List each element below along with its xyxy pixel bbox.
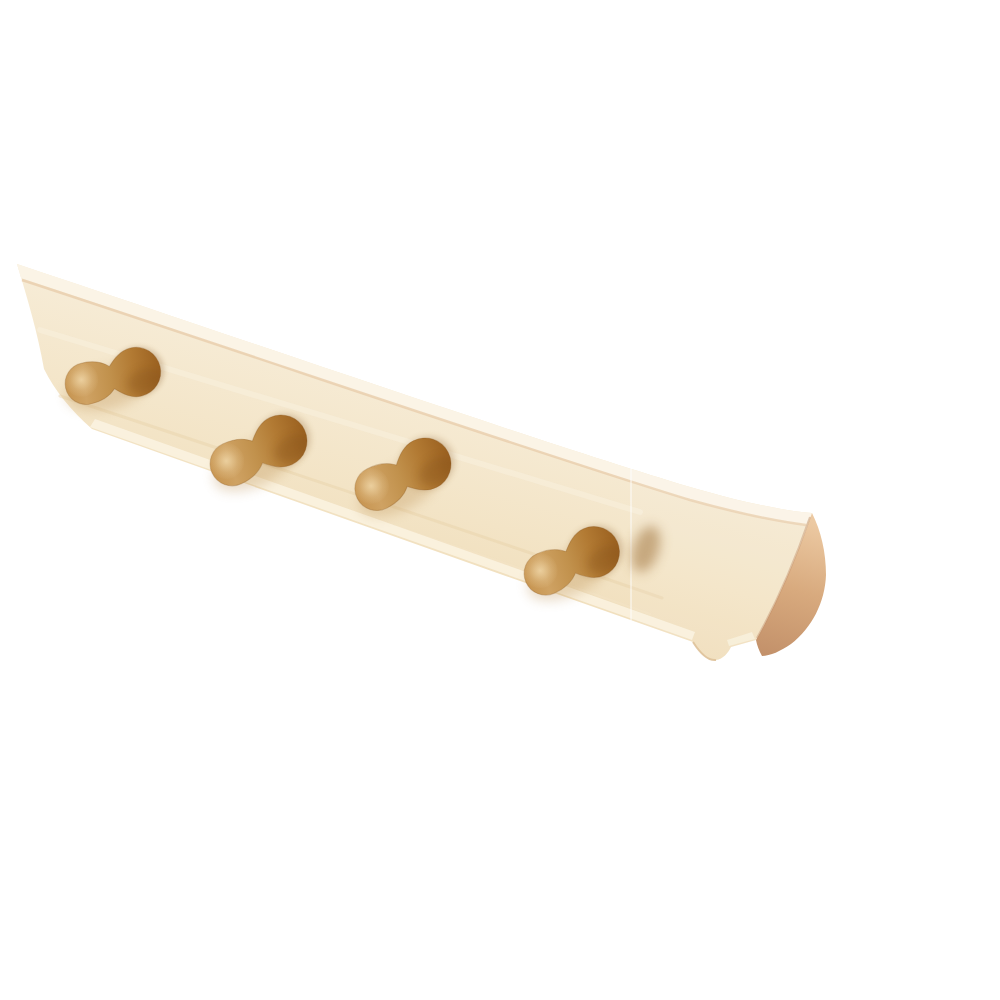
product-photo: [0, 0, 1000, 1000]
coat-rack-illustration: [0, 0, 1000, 1000]
